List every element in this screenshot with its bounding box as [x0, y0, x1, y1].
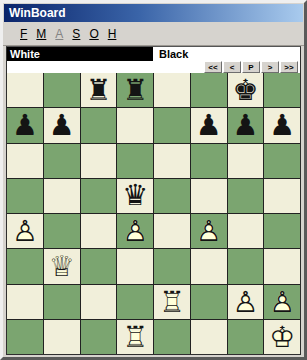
- square-g4[interactable]: [228, 214, 264, 248]
- step-back-button[interactable]: <: [223, 61, 241, 73]
- title-bar[interactable]: WinBoard: [4, 4, 303, 22]
- menu-item-help[interactable]: H: [108, 27, 117, 41]
- square-f5[interactable]: [191, 179, 227, 213]
- white-rook[interactable]: ♜♖: [117, 320, 153, 354]
- square-b2[interactable]: [44, 285, 80, 319]
- black-pawn[interactable]: ♟: [44, 108, 80, 142]
- square-a2[interactable]: [7, 285, 43, 319]
- square-b7[interactable]: ♟: [44, 108, 80, 142]
- nav-buttons: <<<P>>>: [7, 61, 300, 73]
- square-f2[interactable]: [191, 285, 227, 319]
- white-pawn-outline: ♙: [196, 217, 222, 246]
- clock-row: White Black: [7, 47, 300, 61]
- white-pawn-outline: ♙: [269, 287, 295, 316]
- white-rook[interactable]: ♜♖: [154, 285, 190, 319]
- square-b4[interactable]: [44, 214, 80, 248]
- square-h1[interactable]: ♚♔: [264, 320, 300, 354]
- square-a4[interactable]: ♟♙: [7, 214, 43, 248]
- client-area: White Black <<<P>>> ♜♜♚♟♟♟♟♟♛♟♙♟♙♟♙♛♕♜♖♟…: [6, 46, 301, 355]
- square-a1[interactable]: [7, 320, 43, 354]
- white-rook-outline: ♖: [122, 322, 148, 351]
- square-h6[interactable]: [264, 144, 300, 178]
- black-pawn[interactable]: ♟: [264, 108, 300, 142]
- white-rook-outline: ♖: [159, 287, 185, 316]
- menu-item-step[interactable]: S: [72, 27, 80, 41]
- black-rook[interactable]: ♜: [81, 73, 117, 107]
- forward-to-end-button[interactable]: >>: [280, 61, 298, 73]
- square-c1[interactable]: [81, 320, 117, 354]
- black-clock: Black: [153, 47, 188, 61]
- black-king[interactable]: ♚: [228, 73, 264, 107]
- square-g1[interactable]: [228, 320, 264, 354]
- pause-button[interactable]: P: [242, 61, 260, 73]
- square-a8[interactable]: [7, 73, 43, 107]
- winboard-window: WinBoard FMASOH White Black <<<P>>> ♜♜♚♟…: [0, 0, 307, 360]
- square-f4[interactable]: ♟♙: [191, 214, 227, 248]
- white-pawn[interactable]: ♟♙: [228, 285, 264, 319]
- square-b8[interactable]: [44, 73, 80, 107]
- square-h3[interactable]: [264, 249, 300, 283]
- square-e7[interactable]: [154, 108, 190, 142]
- square-b3[interactable]: ♛♕: [44, 249, 80, 283]
- square-d7[interactable]: [117, 108, 153, 142]
- black-rook[interactable]: ♜: [117, 73, 153, 107]
- square-d8[interactable]: ♜: [117, 73, 153, 107]
- square-g7[interactable]: ♟: [228, 108, 264, 142]
- square-c6[interactable]: [81, 144, 117, 178]
- black-pawn[interactable]: ♟: [191, 108, 227, 142]
- square-b6[interactable]: [44, 144, 80, 178]
- square-a3[interactable]: [7, 249, 43, 283]
- white-queen-outline: ♕: [49, 252, 75, 281]
- square-h7[interactable]: ♟: [264, 108, 300, 142]
- white-clock: White: [7, 47, 153, 61]
- square-h4[interactable]: [264, 214, 300, 248]
- square-d3[interactable]: [117, 249, 153, 283]
- square-e8[interactable]: [154, 73, 190, 107]
- menu-bar: FMASOH: [3, 23, 304, 46]
- white-king[interactable]: ♚♔: [264, 320, 300, 354]
- window-title: WinBoard: [9, 6, 66, 20]
- square-g6[interactable]: [228, 144, 264, 178]
- white-pawn-outline: ♙: [12, 217, 38, 246]
- square-d4[interactable]: ♟♙: [117, 214, 153, 248]
- square-f1[interactable]: [191, 320, 227, 354]
- square-e4[interactable]: [154, 214, 190, 248]
- square-a6[interactable]: [7, 144, 43, 178]
- square-a5[interactable]: [7, 179, 43, 213]
- square-b5[interactable]: [44, 179, 80, 213]
- menu-item-file[interactable]: F: [20, 27, 27, 41]
- white-queen[interactable]: ♛♕: [44, 249, 80, 283]
- square-d2[interactable]: [117, 285, 153, 319]
- square-a7[interactable]: ♟: [7, 108, 43, 142]
- square-f8[interactable]: [191, 73, 227, 107]
- chess-board: ♜♜♚♟♟♟♟♟♛♟♙♟♙♟♙♛♕♜♖♟♙♟♙♜♖♚♔: [7, 73, 300, 354]
- square-b1[interactable]: [44, 320, 80, 354]
- square-f6[interactable]: [191, 144, 227, 178]
- square-e5[interactable]: [154, 179, 190, 213]
- square-c4[interactable]: [81, 214, 117, 248]
- black-pawn[interactable]: ♟: [228, 108, 264, 142]
- square-h8[interactable]: [264, 73, 300, 107]
- step-forward-button[interactable]: >: [261, 61, 279, 73]
- square-d6[interactable]: [117, 144, 153, 178]
- square-e6[interactable]: [154, 144, 190, 178]
- white-pawn[interactable]: ♟♙: [7, 214, 43, 248]
- square-c3[interactable]: [81, 249, 117, 283]
- menu-item-action[interactable]: A: [55, 27, 63, 41]
- square-f3[interactable]: [191, 249, 227, 283]
- square-e3[interactable]: [154, 249, 190, 283]
- square-h2[interactable]: ♟♙: [264, 285, 300, 319]
- black-pawn[interactable]: ♟: [7, 108, 43, 142]
- rewind-to-start-button[interactable]: <<: [204, 61, 222, 73]
- square-e2[interactable]: ♜♖: [154, 285, 190, 319]
- square-d1[interactable]: ♜♖: [117, 320, 153, 354]
- square-g2[interactable]: ♟♙: [228, 285, 264, 319]
- square-f7[interactable]: ♟: [191, 108, 227, 142]
- square-g8[interactable]: ♚: [228, 73, 264, 107]
- square-c7[interactable]: [81, 108, 117, 142]
- white-pawn-outline: ♙: [232, 287, 258, 316]
- square-c2[interactable]: [81, 285, 117, 319]
- white-pawn[interactable]: ♟♙: [264, 285, 300, 319]
- square-c8[interactable]: ♜: [81, 73, 117, 107]
- white-king-outline: ♔: [269, 322, 295, 351]
- square-d5[interactable]: ♛: [117, 179, 153, 213]
- menu-item-mode[interactable]: M: [36, 27, 46, 41]
- black-queen[interactable]: ♛: [117, 179, 153, 213]
- square-e1[interactable]: [154, 320, 190, 354]
- white-pawn[interactable]: ♟♙: [117, 214, 153, 248]
- white-pawn[interactable]: ♟♙: [191, 214, 227, 248]
- square-h5[interactable]: [264, 179, 300, 213]
- square-g3[interactable]: [228, 249, 264, 283]
- menu-item-options[interactable]: O: [89, 27, 98, 41]
- square-g5[interactable]: [228, 179, 264, 213]
- white-pawn-outline: ♙: [122, 217, 148, 246]
- square-c5[interactable]: [81, 179, 117, 213]
